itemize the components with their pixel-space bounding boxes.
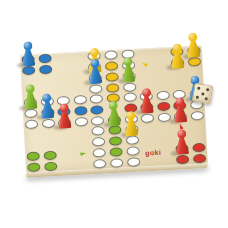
board-cell xyxy=(158,154,175,166)
track-circle xyxy=(92,126,105,136)
peg-body xyxy=(122,64,136,83)
track-circle xyxy=(25,119,38,129)
peg-body xyxy=(21,48,35,67)
yellow-start-arrow-icon xyxy=(141,60,149,68)
board-cell xyxy=(141,155,158,167)
peg-green[interactable] xyxy=(121,57,135,83)
peg-red[interactable] xyxy=(173,97,187,123)
track-circle xyxy=(110,158,123,168)
home-circle-red xyxy=(157,102,170,112)
peg-yellow[interactable] xyxy=(124,111,138,137)
track-circle xyxy=(90,94,103,104)
start-circle-red xyxy=(192,143,205,153)
board-cell xyxy=(191,152,208,164)
board-cell xyxy=(92,158,109,170)
board-cell xyxy=(75,159,92,171)
peg-body xyxy=(140,95,154,114)
peg-head xyxy=(42,94,51,103)
board-cell xyxy=(56,117,73,129)
start-circle-blue xyxy=(39,65,52,75)
board-cell xyxy=(174,143,191,155)
peg-blue[interactable] xyxy=(88,59,102,85)
peg-red[interactable] xyxy=(139,88,153,114)
board-cell xyxy=(172,110,189,122)
track-circle xyxy=(190,111,203,121)
home-circle-blue xyxy=(91,105,104,115)
board-cell xyxy=(87,72,104,84)
peg-head xyxy=(59,103,68,112)
track-circle xyxy=(126,157,139,167)
track-circle xyxy=(92,137,105,147)
track-circle xyxy=(75,117,88,127)
board-cell xyxy=(39,107,56,119)
die-pip xyxy=(206,88,209,91)
product-photo: goki xyxy=(0,0,228,228)
track-circle xyxy=(123,93,136,103)
board-cell xyxy=(106,114,123,126)
board-cell xyxy=(108,157,125,169)
peg-head xyxy=(90,59,99,68)
peg-head xyxy=(90,48,99,57)
peg-body xyxy=(171,51,185,70)
board-cell xyxy=(169,57,186,69)
home-circle-green xyxy=(109,147,122,157)
peg-head xyxy=(25,84,34,93)
peg-body xyxy=(187,39,201,58)
peg-body xyxy=(24,91,38,110)
track-circle xyxy=(126,146,139,156)
peg-body xyxy=(173,104,187,123)
start-circle-green xyxy=(44,161,57,171)
board-cell xyxy=(125,156,142,168)
peg-body xyxy=(89,66,103,85)
ludo-board: goki xyxy=(20,45,208,177)
peg-green[interactable] xyxy=(23,84,37,110)
peg-head xyxy=(109,101,118,110)
start-circle-red xyxy=(193,153,206,163)
die-pip xyxy=(196,96,199,99)
die-pip xyxy=(197,87,200,90)
peg-head xyxy=(123,57,132,66)
peg-yellow[interactable] xyxy=(170,44,184,70)
board-cell xyxy=(42,160,59,172)
peg-red[interactable] xyxy=(175,129,189,155)
track-circle xyxy=(93,148,106,158)
start-circle-green xyxy=(27,151,40,161)
peg-head xyxy=(141,88,150,97)
peg-head xyxy=(175,97,184,106)
board-cell xyxy=(123,124,140,136)
board-cell xyxy=(20,54,37,66)
track-circle xyxy=(74,95,87,105)
peg-body xyxy=(58,110,72,129)
peg-head xyxy=(188,32,197,41)
board-cell xyxy=(138,101,155,113)
track-circle xyxy=(93,159,106,169)
green-start-arrow-icon xyxy=(79,150,86,157)
start-circle-green xyxy=(27,162,40,172)
peg-blue[interactable] xyxy=(40,94,54,120)
peg-body xyxy=(124,118,138,137)
board-cell xyxy=(185,45,202,57)
board-cell xyxy=(59,159,76,171)
peg-head xyxy=(126,111,135,120)
board-grid xyxy=(20,45,208,172)
peg-body xyxy=(107,108,121,127)
home-circle-yellow xyxy=(106,83,119,93)
peg-red[interactable] xyxy=(57,103,71,129)
peg-body xyxy=(175,136,189,155)
start-circle-blue xyxy=(38,54,51,64)
track-circle xyxy=(156,91,169,101)
peg-yellow[interactable] xyxy=(186,32,200,58)
home-circle-blue xyxy=(74,106,87,116)
track-circle xyxy=(104,51,117,61)
board-cell xyxy=(22,97,39,109)
peg-head xyxy=(177,130,186,139)
start-circle-green xyxy=(43,150,56,160)
peg-green[interactable] xyxy=(107,101,121,127)
die-pip xyxy=(201,92,204,95)
peg-head xyxy=(172,44,181,53)
die-pip xyxy=(205,97,208,100)
die[interactable] xyxy=(192,83,214,105)
brand-logo: goki xyxy=(145,149,161,157)
board-cell xyxy=(120,70,137,82)
peg-blue[interactable] xyxy=(21,41,35,67)
peg-head xyxy=(23,41,32,50)
home-circle-yellow xyxy=(105,61,118,71)
board-cell xyxy=(26,161,43,173)
home-circle-green xyxy=(109,136,122,146)
peg-body xyxy=(41,101,55,120)
